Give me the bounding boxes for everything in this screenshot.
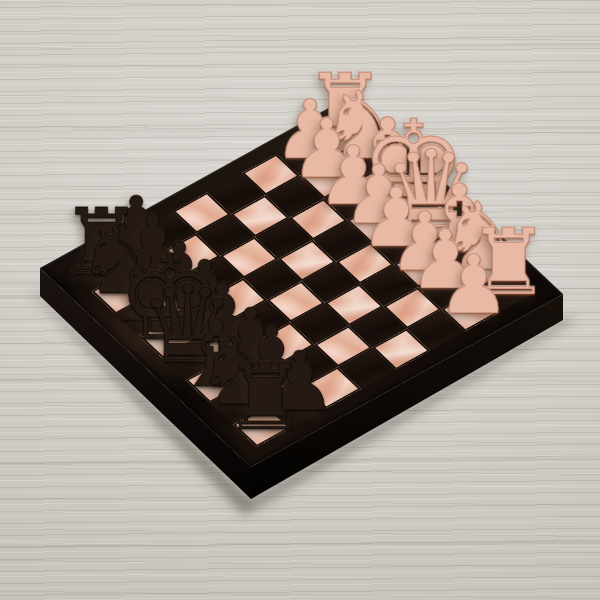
photo-scene: ♜♞♝♛♚♝♞♜♟♟♟♟♟♟♟♟♟♟♟♟♟♟♟♟♜♞♝♛♚♝♞♜ <box>0 0 600 600</box>
